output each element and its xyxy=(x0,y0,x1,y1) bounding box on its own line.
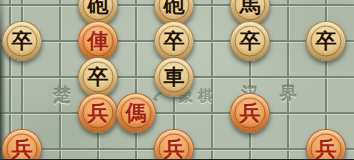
river-text-jie: 界 xyxy=(280,82,297,105)
piece-glyph: 兵 xyxy=(316,139,337,160)
piece-black-soldier[interactable]: 卒 xyxy=(230,21,270,61)
piece-red-soldier[interactable]: 兵 xyxy=(154,129,194,159)
piece-glyph: 兵 xyxy=(240,103,261,124)
piece-glyph: 兵 xyxy=(88,103,109,124)
piece-red-horse[interactable]: 傌 xyxy=(116,93,156,133)
piece-glyph: 傌 xyxy=(126,103,147,124)
piece-red-soldier[interactable]: 兵 xyxy=(2,129,42,159)
piece-red-chariot[interactable]: 俥 xyxy=(78,21,118,61)
piece-black-soldier[interactable]: 卒 xyxy=(78,57,118,97)
piece-glyph: 卒 xyxy=(164,31,185,52)
piece-black-soldier[interactable]: 卒 xyxy=(154,21,194,61)
piece-glyph: 卒 xyxy=(12,31,33,52)
piece-glyph: 卒 xyxy=(240,31,261,52)
piece-red-soldier[interactable]: 兵 xyxy=(78,93,118,133)
piece-black-soldier[interactable]: 卒 xyxy=(306,21,346,61)
piece-glyph: 砲 xyxy=(164,0,185,16)
piece-glyph: 卒 xyxy=(316,31,337,52)
board-left-edge xyxy=(0,0,6,159)
piece-glyph: 馬 xyxy=(240,0,261,16)
piece-black-chariot[interactable]: 車 xyxy=(154,57,194,97)
piece-black-soldier[interactable]: 卒 xyxy=(2,21,42,61)
piece-glyph: 兵 xyxy=(12,139,33,160)
piece-glyph: 砲 xyxy=(88,0,109,16)
piece-glyph: 俥 xyxy=(88,31,109,52)
piece-glyph: 兵 xyxy=(164,139,185,160)
river-text-chu: 楚 xyxy=(54,84,71,107)
piece-red-soldier[interactable]: 兵 xyxy=(306,129,346,159)
piece-red-soldier[interactable]: 兵 xyxy=(230,93,270,133)
piece-glyph: 車 xyxy=(164,67,185,88)
piece-glyph: 卒 xyxy=(88,67,109,88)
xiangqi-board: 楚 河 汉 界 象棋 砲砲馬卒俥卒卒卒卒車兵傌兵兵兵兵 xyxy=(0,0,354,159)
